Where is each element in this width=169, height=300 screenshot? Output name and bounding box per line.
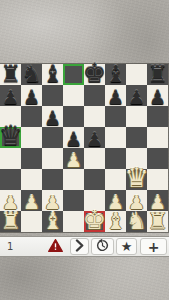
square-c7[interactable] xyxy=(42,85,63,106)
square-e3[interactable] xyxy=(84,169,105,190)
square-g7[interactable]: ♟ xyxy=(126,85,147,106)
square-h7[interactable]: ♟ xyxy=(147,85,168,106)
square-b7[interactable]: ♟ xyxy=(21,85,42,106)
square-f3[interactable] xyxy=(105,169,126,190)
square-b1[interactable] xyxy=(21,211,42,232)
square-c4[interactable] xyxy=(42,148,63,169)
square-e5[interactable]: ♟ xyxy=(84,127,105,148)
square-a1[interactable]: ♜ xyxy=(0,211,21,232)
square-a8[interactable]: ♜ xyxy=(0,64,21,85)
square-e6[interactable] xyxy=(84,106,105,127)
black-rook-piece: ♜ xyxy=(147,63,168,86)
black-pawn-piece: ♟ xyxy=(65,130,82,149)
square-f1[interactable]: ♝ xyxy=(105,211,126,232)
square-g5[interactable] xyxy=(126,127,147,148)
bottom-toolbar: 1 xyxy=(0,236,169,257)
black-bishop-piece: ♝ xyxy=(105,63,126,86)
next-move-button[interactable] xyxy=(70,238,89,255)
square-a3[interactable] xyxy=(0,169,21,190)
black-pawn-piece: ♟ xyxy=(2,88,19,107)
square-c2[interactable]: ♟ xyxy=(42,190,63,211)
square-d3[interactable] xyxy=(63,169,84,190)
square-c6[interactable]: ♟ xyxy=(42,106,63,127)
warning-button[interactable] xyxy=(45,238,65,255)
chevron-right-icon xyxy=(75,237,84,256)
add-button[interactable]: + xyxy=(140,238,167,255)
black-pawn-piece: ♟ xyxy=(86,130,103,149)
black-knight-piece: ♞ xyxy=(21,63,42,86)
white-pawn-piece: ♟ xyxy=(23,193,40,212)
square-b6[interactable] xyxy=(21,106,42,127)
black-king-piece: ♚ xyxy=(83,60,106,86)
square-c8[interactable]: ♝ xyxy=(42,64,63,85)
square-e2[interactable] xyxy=(84,190,105,211)
square-c5[interactable] xyxy=(42,127,63,148)
star-icon: ★ xyxy=(121,239,133,254)
black-rook-piece: ♜ xyxy=(0,63,21,86)
square-c3[interactable] xyxy=(42,169,63,190)
square-h6[interactable] xyxy=(147,106,168,127)
black-bishop-piece: ♝ xyxy=(42,63,63,86)
square-e8[interactable]: ♚ xyxy=(84,64,105,85)
square-c1[interactable]: ♝ xyxy=(42,211,63,232)
square-b5[interactable] xyxy=(21,127,42,148)
square-g6[interactable] xyxy=(126,106,147,127)
square-b2[interactable]: ♟ xyxy=(21,190,42,211)
black-pawn-piece: ♟ xyxy=(44,109,61,128)
white-king-piece: ♚ xyxy=(83,207,106,233)
square-f6[interactable] xyxy=(105,106,126,127)
white-rook-piece: ♜ xyxy=(147,210,168,233)
black-pawn-piece: ♟ xyxy=(23,88,40,107)
square-f7[interactable]: ♟ xyxy=(105,85,126,106)
square-h3[interactable] xyxy=(147,169,168,190)
favorite-button[interactable]: ★ xyxy=(116,238,137,255)
square-h5[interactable] xyxy=(147,127,168,148)
square-e4[interactable] xyxy=(84,148,105,169)
white-pawn-piece: ♟ xyxy=(44,193,61,212)
white-pawn-piece: ♟ xyxy=(107,193,124,212)
square-g4[interactable] xyxy=(126,148,147,169)
chess-board: ♜♞♝♚♝♜♟♟♟♟♟♟♛♟♟♟♛♟♟♟♟♟♟♜♝♚♝♞♜ xyxy=(0,64,168,232)
square-d6[interactable] xyxy=(63,106,84,127)
square-d2[interactable] xyxy=(63,190,84,211)
square-d7[interactable] xyxy=(63,85,84,106)
undo-history-button[interactable] xyxy=(91,238,114,255)
square-f4[interactable] xyxy=(105,148,126,169)
square-e7[interactable] xyxy=(84,85,105,106)
app-background: ♜♞♝♚♝♜♟♟♟♟♟♟♛♟♟♟♛♟♟♟♟♟♟♜♝♚♝♞♜ 1 xyxy=(0,0,169,300)
square-d5[interactable]: ♟ xyxy=(63,127,84,148)
white-bishop-piece: ♝ xyxy=(42,210,63,233)
square-d1[interactable] xyxy=(63,211,84,232)
white-pawn-piece: ♟ xyxy=(2,193,19,212)
square-f2[interactable]: ♟ xyxy=(105,190,126,211)
square-a7[interactable]: ♟ xyxy=(0,85,21,106)
white-queen-piece: ♛ xyxy=(124,164,148,191)
undo-clock-icon xyxy=(96,237,109,256)
square-a5[interactable]: ♛ xyxy=(0,127,21,148)
white-pawn-piece: ♟ xyxy=(128,193,145,212)
black-pawn-piece: ♟ xyxy=(149,88,166,107)
square-a2[interactable]: ♟ xyxy=(0,190,21,211)
white-bishop-piece: ♝ xyxy=(105,210,126,233)
white-rook-piece: ♜ xyxy=(0,210,21,233)
white-pawn-piece: ♟ xyxy=(65,151,82,170)
square-h8[interactable]: ♜ xyxy=(147,64,168,85)
square-a6[interactable] xyxy=(0,106,21,127)
plus-icon: + xyxy=(148,239,160,255)
square-f8[interactable]: ♝ xyxy=(105,64,126,85)
warning-triangle-icon xyxy=(48,237,63,256)
square-d8[interactable] xyxy=(63,64,84,85)
square-h2[interactable]: ♟ xyxy=(147,190,168,211)
square-f5[interactable] xyxy=(105,127,126,148)
square-g1[interactable]: ♞ xyxy=(126,211,147,232)
square-b8[interactable]: ♞ xyxy=(21,64,42,85)
white-pawn-piece: ♟ xyxy=(149,193,166,212)
white-knight-piece: ♞ xyxy=(126,210,147,233)
square-d4[interactable]: ♟ xyxy=(63,148,84,169)
black-pawn-piece: ♟ xyxy=(128,88,145,107)
square-g3[interactable]: ♛ xyxy=(126,169,147,190)
square-e1[interactable]: ♚ xyxy=(84,211,105,232)
black-queen-piece: ♛ xyxy=(0,122,23,149)
square-b4[interactable] xyxy=(21,148,42,169)
square-a4[interactable] xyxy=(0,148,21,169)
square-b3[interactable] xyxy=(21,169,42,190)
move-number: 1 xyxy=(7,241,19,252)
square-h4[interactable] xyxy=(147,148,168,169)
black-pawn-piece: ♟ xyxy=(107,88,124,107)
square-g8[interactable] xyxy=(126,64,147,85)
square-h1[interactable]: ♜ xyxy=(147,211,168,232)
square-g2[interactable]: ♟ xyxy=(126,190,147,211)
